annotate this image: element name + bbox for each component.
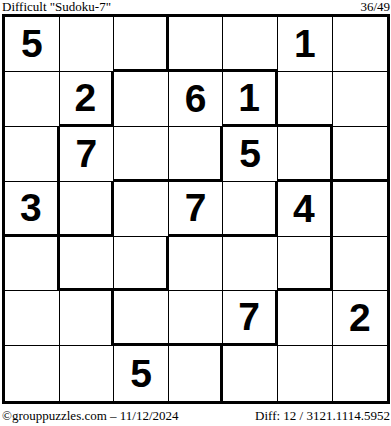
cell-r3c5: 5 <box>223 127 278 182</box>
puzzle-page: Difficult "Sudoku-7" 36/49 5126175374725… <box>0 0 391 423</box>
cell-r4c7 <box>333 182 388 237</box>
cell-r6c2 <box>60 291 115 346</box>
cell-r2c6 <box>278 72 333 127</box>
cell-r2c4: 6 <box>169 72 224 127</box>
cell-r4c1: 3 <box>5 182 60 237</box>
difficulty-text: Diff: 12 / 3121.1114.5952 <box>255 408 390 423</box>
cell-r5c3 <box>114 237 169 292</box>
cell-r3c2: 7 <box>60 127 115 182</box>
cell-r1c1: 5 <box>5 17 60 72</box>
cell-r1c7 <box>333 17 388 72</box>
footer: ©grouppuzzles.com – 11/12/2024 Diff: 12 … <box>0 404 391 423</box>
cell-r5c1 <box>5 237 60 292</box>
cell-r7c2 <box>60 346 115 401</box>
cell-r3c6 <box>278 127 333 182</box>
copyright-text: ©grouppuzzles.com – 11/12/2024 <box>2 408 179 423</box>
cell-r2c2: 2 <box>60 72 115 127</box>
cell-r7c5 <box>223 346 278 401</box>
cell-r3c4 <box>169 127 224 182</box>
cell-r4c6: 4 <box>278 182 333 237</box>
cell-r7c7 <box>333 346 388 401</box>
header: Difficult "Sudoku-7" 36/49 <box>0 0 391 14</box>
cell-r3c3 <box>114 127 169 182</box>
progress-counter: 36/49 <box>360 0 390 13</box>
cell-r1c2 <box>60 17 115 72</box>
cell-r5c5 <box>223 237 278 292</box>
cell-r7c6 <box>278 346 333 401</box>
cell-r6c3 <box>114 291 169 346</box>
cell-r6c4 <box>169 291 224 346</box>
cell-r2c7 <box>333 72 388 127</box>
cell-r3c7 <box>333 127 388 182</box>
cell-r6c5: 7 <box>223 291 278 346</box>
cell-r4c3 <box>114 182 169 237</box>
puzzle-title: Difficult "Sudoku-7" <box>2 0 111 13</box>
cell-r1c3 <box>114 17 169 72</box>
cell-r3c1 <box>5 127 60 182</box>
cell-r5c6 <box>278 237 333 292</box>
cell-r4c5 <box>223 182 278 237</box>
cell-r2c3 <box>114 72 169 127</box>
cell-r5c2 <box>60 237 115 292</box>
cell-r6c6 <box>278 291 333 346</box>
cell-r4c4: 7 <box>169 182 224 237</box>
cell-r1c4 <box>169 17 224 72</box>
cell-r1c5 <box>223 17 278 72</box>
cell-r1c6: 1 <box>278 17 333 72</box>
cell-r6c7: 2 <box>333 291 388 346</box>
cell-r7c3: 5 <box>114 346 169 401</box>
cell-r4c2 <box>60 182 115 237</box>
cell-r5c4 <box>169 237 224 292</box>
cell-r6c1 <box>5 291 60 346</box>
cell-r2c5: 1 <box>223 72 278 127</box>
cell-r2c1 <box>5 72 60 127</box>
cell-r7c1 <box>5 346 60 401</box>
cell-r7c4 <box>169 346 224 401</box>
sudoku-grid: 5126175374725 <box>2 14 390 404</box>
cell-r5c7 <box>333 237 388 292</box>
